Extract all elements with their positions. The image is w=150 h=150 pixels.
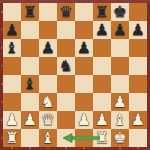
chess-board: ♜♛♜♚♟♟♟♟♝♟♟♞♝♞♟♟♟♛♟♟♝♟♜♝♜♚ 87654321abcde… bbox=[0, 0, 150, 150]
piece-white-rook[interactable]: ♜ bbox=[5, 129, 19, 147]
square-b8[interactable]: ♜ bbox=[21, 3, 39, 21]
square-a6[interactable]: ♝ bbox=[3, 39, 21, 57]
square-d8[interactable]: ♛ bbox=[57, 3, 75, 21]
square-b1[interactable] bbox=[21, 129, 39, 147]
piece-white-pawn[interactable]: ♟ bbox=[95, 111, 109, 129]
piece-black-rook[interactable]: ♜ bbox=[23, 3, 37, 21]
square-e1[interactable] bbox=[75, 129, 93, 147]
piece-white-rook[interactable]: ♜ bbox=[95, 129, 109, 147]
square-c2[interactable]: ♛ bbox=[39, 111, 57, 129]
square-h5[interactable] bbox=[129, 57, 147, 75]
square-b7[interactable] bbox=[21, 21, 39, 39]
square-e6[interactable]: ♟ bbox=[75, 39, 93, 57]
rank-label-2: 2 bbox=[0, 119, 3, 122]
square-d6[interactable] bbox=[57, 39, 75, 57]
square-c6[interactable]: ♟ bbox=[39, 39, 57, 57]
rank-label-5: 5 bbox=[0, 65, 3, 68]
square-c4[interactable] bbox=[39, 75, 57, 93]
square-g2[interactable]: ♝ bbox=[111, 111, 129, 129]
square-e2[interactable]: ♟ bbox=[75, 111, 93, 129]
square-e5[interactable] bbox=[75, 57, 93, 75]
rank-label-4: 4 bbox=[0, 83, 3, 86]
square-c8[interactable] bbox=[39, 3, 57, 21]
piece-black-king[interactable]: ♚ bbox=[113, 3, 127, 21]
square-h2[interactable]: ♟ bbox=[129, 111, 147, 129]
piece-white-pawn[interactable]: ♟ bbox=[5, 111, 19, 129]
square-f4[interactable] bbox=[93, 75, 111, 93]
rank-label-7: 7 bbox=[0, 29, 3, 32]
square-g8[interactable]: ♚ bbox=[111, 3, 129, 21]
file-label-f: f bbox=[101, 146, 104, 149]
piece-black-pawn[interactable]: ♟ bbox=[5, 21, 19, 39]
piece-black-pawn[interactable]: ♟ bbox=[77, 39, 91, 57]
file-label-d: d bbox=[65, 146, 68, 149]
rank-label-1: 1 bbox=[0, 137, 3, 140]
square-g7[interactable]: ♟ bbox=[111, 21, 129, 39]
piece-white-pawn[interactable]: ♟ bbox=[131, 111, 145, 129]
square-e3[interactable] bbox=[75, 93, 93, 111]
square-d7[interactable] bbox=[57, 21, 75, 39]
square-f7[interactable]: ♟ bbox=[93, 21, 111, 39]
square-d2[interactable] bbox=[57, 111, 75, 129]
square-h1[interactable] bbox=[129, 129, 147, 147]
square-f1[interactable]: ♜ bbox=[93, 129, 111, 147]
square-a7[interactable]: ♟ bbox=[3, 21, 21, 39]
square-c5[interactable] bbox=[39, 57, 57, 75]
square-b4[interactable]: ♝ bbox=[21, 75, 39, 93]
piece-black-pawn[interactable]: ♟ bbox=[131, 21, 145, 39]
square-d1[interactable] bbox=[57, 129, 75, 147]
piece-black-pawn[interactable]: ♟ bbox=[41, 39, 55, 57]
square-b5[interactable] bbox=[21, 57, 39, 75]
piece-white-pawn[interactable]: ♟ bbox=[23, 111, 37, 129]
square-a3[interactable] bbox=[3, 93, 21, 111]
square-e8[interactable] bbox=[75, 3, 93, 21]
square-c3[interactable]: ♞ bbox=[39, 93, 57, 111]
square-f3[interactable] bbox=[93, 93, 111, 111]
piece-black-bishop[interactable]: ♝ bbox=[23, 75, 37, 93]
file-label-b: b bbox=[29, 146, 32, 149]
piece-white-pawn[interactable]: ♟ bbox=[113, 93, 127, 111]
square-h6[interactable] bbox=[129, 39, 147, 57]
piece-black-pawn[interactable]: ♟ bbox=[95, 21, 109, 39]
square-b2[interactable]: ♟ bbox=[21, 111, 39, 129]
file-label-a: a bbox=[11, 146, 14, 149]
square-h7[interactable]: ♟ bbox=[129, 21, 147, 39]
square-g4[interactable] bbox=[111, 75, 129, 93]
square-a4[interactable] bbox=[3, 75, 21, 93]
square-h4[interactable] bbox=[129, 75, 147, 93]
piece-white-bishop[interactable]: ♝ bbox=[113, 111, 127, 129]
square-a1[interactable]: ♜ bbox=[3, 129, 21, 147]
piece-white-queen[interactable]: ♛ bbox=[41, 111, 55, 129]
square-c1[interactable]: ♝ bbox=[39, 129, 57, 147]
square-f2[interactable]: ♟ bbox=[93, 111, 111, 129]
square-e7[interactable] bbox=[75, 21, 93, 39]
square-g6[interactable] bbox=[111, 39, 129, 57]
square-d4[interactable] bbox=[57, 75, 75, 93]
piece-black-rook[interactable]: ♜ bbox=[95, 3, 109, 21]
rank-label-8: 8 bbox=[0, 11, 3, 14]
square-c7[interactable] bbox=[39, 21, 57, 39]
square-f6[interactable] bbox=[93, 39, 111, 57]
square-f5[interactable] bbox=[93, 57, 111, 75]
piece-white-king[interactable]: ♚ bbox=[113, 129, 127, 147]
square-g5[interactable] bbox=[111, 57, 129, 75]
file-label-g: g bbox=[119, 146, 122, 149]
square-h8[interactable] bbox=[129, 3, 147, 21]
square-a8[interactable] bbox=[3, 3, 21, 21]
file-label-e: e bbox=[83, 146, 86, 149]
square-h3[interactable] bbox=[129, 93, 147, 111]
board-grid: ♜♛♜♚♟♟♟♟♝♟♟♞♝♞♟♟♟♛♟♟♝♟♜♝♜♚ bbox=[3, 3, 147, 147]
square-e4[interactable] bbox=[75, 75, 93, 93]
square-b3[interactable] bbox=[21, 93, 39, 111]
square-d5[interactable]: ♞ bbox=[57, 57, 75, 75]
square-a5[interactable] bbox=[3, 57, 21, 75]
square-a2[interactable]: ♟ bbox=[3, 111, 21, 129]
piece-white-knight[interactable]: ♞ bbox=[41, 93, 55, 111]
piece-black-bishop[interactable]: ♝ bbox=[5, 39, 19, 57]
file-label-h: h bbox=[137, 146, 140, 149]
piece-black-queen[interactable]: ♛ bbox=[59, 3, 73, 21]
square-f8[interactable]: ♜ bbox=[93, 3, 111, 21]
file-label-c: c bbox=[47, 146, 50, 149]
piece-white-bishop[interactable]: ♝ bbox=[41, 129, 55, 147]
square-g3[interactable]: ♟ bbox=[111, 93, 129, 111]
square-b6[interactable] bbox=[21, 39, 39, 57]
rank-label-6: 6 bbox=[0, 47, 3, 50]
square-d3[interactable] bbox=[57, 93, 75, 111]
piece-black-pawn[interactable]: ♟ bbox=[113, 21, 127, 39]
rank-label-3: 3 bbox=[0, 101, 3, 104]
square-g1[interactable]: ♚ bbox=[111, 129, 129, 147]
piece-black-knight[interactable]: ♞ bbox=[59, 57, 73, 75]
piece-white-pawn[interactable]: ♟ bbox=[77, 111, 91, 129]
